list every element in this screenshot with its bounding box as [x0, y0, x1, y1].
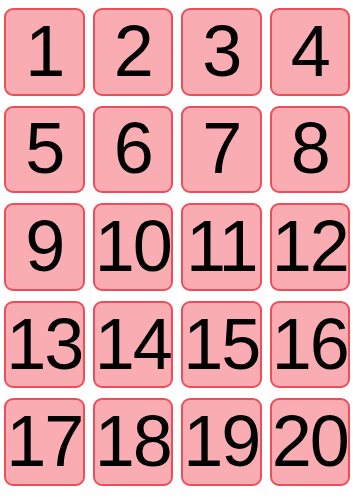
number-card-2[interactable]: 2: [93, 8, 174, 96]
card-number: 5: [25, 112, 63, 184]
number-card-3[interactable]: 3: [181, 8, 262, 96]
card-number: 10: [95, 210, 171, 282]
flashcard-sheet: 1 2 3 4 5 6 7 8 9 10 11 12 13 14 15 16 1…: [0, 0, 353, 500]
number-card-16[interactable]: 16: [270, 301, 351, 389]
number-card-20[interactable]: 20: [270, 398, 351, 486]
card-number: 12: [272, 210, 348, 282]
card-number: 6: [114, 112, 152, 184]
number-card-4[interactable]: 4: [270, 8, 351, 96]
number-card-14[interactable]: 14: [93, 301, 174, 389]
card-number: 17: [6, 405, 82, 477]
number-card-8[interactable]: 8: [270, 106, 351, 194]
card-number: 11: [186, 210, 257, 282]
number-card-15[interactable]: 15: [181, 301, 262, 389]
card-number: 1: [25, 15, 63, 87]
card-number: 2: [114, 15, 152, 87]
number-card-10[interactable]: 10: [93, 203, 174, 291]
card-number: 15: [183, 308, 259, 380]
card-number: 8: [291, 112, 329, 184]
card-number: 14: [95, 308, 171, 380]
number-card-7[interactable]: 7: [181, 106, 262, 194]
number-card-6[interactable]: 6: [93, 106, 174, 194]
card-number: 4: [291, 15, 329, 87]
card-number: 13: [6, 308, 82, 380]
number-card-18[interactable]: 18: [93, 398, 174, 486]
card-number: 3: [202, 15, 240, 87]
card-number: 7: [202, 112, 240, 184]
number-card-12[interactable]: 12: [270, 203, 351, 291]
number-card-13[interactable]: 13: [4, 301, 85, 389]
card-number: 9: [25, 210, 63, 282]
number-card-11[interactable]: 11: [181, 203, 262, 291]
card-number: 16: [272, 308, 348, 380]
card-number: 19: [183, 405, 259, 477]
number-card-1[interactable]: 1: [4, 8, 85, 96]
number-card-9[interactable]: 9: [4, 203, 85, 291]
number-card-17[interactable]: 17: [4, 398, 85, 486]
number-card-19[interactable]: 19: [181, 398, 262, 486]
card-number: 20: [272, 405, 348, 477]
card-number: 18: [95, 405, 171, 477]
number-card-5[interactable]: 5: [4, 106, 85, 194]
